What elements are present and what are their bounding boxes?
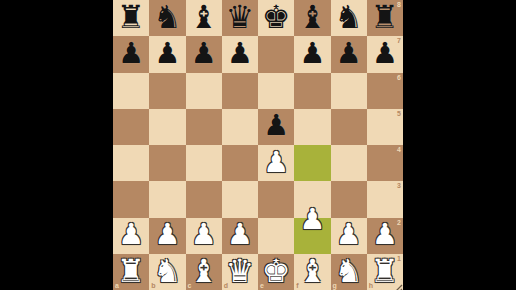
square-f6[interactable] <box>294 73 330 109</box>
square-f5[interactable] <box>294 109 330 145</box>
square-a7[interactable]: ♟ <box>113 36 149 72</box>
white-pawn[interactable]: ♟ <box>263 148 289 177</box>
square-g8[interactable]: ♞ <box>331 0 367 36</box>
square-h3[interactable]: 3 <box>367 181 403 217</box>
black-rook[interactable]: ♜ <box>371 1 400 33</box>
square-d7[interactable]: ♟ <box>222 36 258 72</box>
square-g4[interactable] <box>331 145 367 181</box>
square-g1[interactable]: ♞g <box>331 254 367 290</box>
square-a1[interactable]: ♜a <box>113 254 149 290</box>
square-b1[interactable]: ♞b <box>149 254 185 290</box>
square-h8[interactable]: ♜8 <box>367 0 403 36</box>
black-pawn[interactable]: ♟ <box>336 39 362 68</box>
square-d3[interactable] <box>222 181 258 217</box>
square-b8[interactable]: ♞ <box>149 0 185 36</box>
black-bishop[interactable]: ♝ <box>298 1 327 33</box>
square-c2[interactable]: ♟ <box>186 218 222 254</box>
black-queen[interactable]: ♛ <box>226 1 255 33</box>
white-king[interactable]: ♚ <box>262 255 291 287</box>
black-pawn[interactable]: ♟ <box>263 111 289 140</box>
black-rook[interactable]: ♜ <box>117 1 146 33</box>
board-resize-handle-icon[interactable] <box>392 279 403 290</box>
square-g7[interactable]: ♟ <box>331 36 367 72</box>
square-h2[interactable]: ♟2 <box>367 218 403 254</box>
square-f1[interactable]: ♝f <box>294 254 330 290</box>
square-d8[interactable]: ♛ <box>222 0 258 36</box>
square-a4[interactable] <box>113 145 149 181</box>
white-pawn[interactable]: ♟ <box>372 220 398 249</box>
white-pawn[interactable]: ♟ <box>227 220 253 249</box>
black-pawn[interactable]: ♟ <box>118 39 144 68</box>
white-knight[interactable]: ♞ <box>334 255 363 287</box>
square-e1[interactable]: ♚e <box>258 254 294 290</box>
rank-coordinate-3: 3 <box>397 182 401 189</box>
square-d1[interactable]: ♛d <box>222 254 258 290</box>
white-pawn[interactable]: ♟ <box>336 220 362 249</box>
square-a5[interactable] <box>113 109 149 145</box>
black-pawn[interactable]: ♟ <box>372 39 398 68</box>
moving-piece-container: ♟ <box>294 202 330 238</box>
video-frame-background: ♜♞♝♛♚♝♞♜8♟♟♟♟♟♟♟76♟5♟43♟♟♟♟♟♟2♜a♞b♝c♛d♚e… <box>0 0 516 290</box>
rank-coordinate-6: 6 <box>397 74 401 81</box>
square-c3[interactable] <box>186 181 222 217</box>
square-g5[interactable] <box>331 109 367 145</box>
black-pawn[interactable]: ♟ <box>299 39 325 68</box>
square-c6[interactable] <box>186 73 222 109</box>
square-d6[interactable] <box>222 73 258 109</box>
square-h5[interactable]: 5 <box>367 109 403 145</box>
white-knight[interactable]: ♞ <box>153 255 182 287</box>
black-knight[interactable]: ♞ <box>334 1 363 33</box>
square-c5[interactable] <box>186 109 222 145</box>
square-b2[interactable]: ♟ <box>149 218 185 254</box>
square-e2[interactable] <box>258 218 294 254</box>
rank-coordinate-5: 5 <box>397 110 401 117</box>
white-rook[interactable]: ♜ <box>117 255 146 287</box>
square-a8[interactable]: ♜ <box>113 0 149 36</box>
white-bishop[interactable]: ♝ <box>189 255 218 287</box>
white-queen[interactable]: ♛ <box>226 255 255 287</box>
square-g2[interactable]: ♟ <box>331 218 367 254</box>
square-c8[interactable]: ♝ <box>186 0 222 36</box>
white-pawn[interactable]: ♟ <box>191 220 217 249</box>
white-pawn[interactable]: ♟ <box>118 220 144 249</box>
square-e8[interactable]: ♚ <box>258 0 294 36</box>
chess-board: ♜♞♝♛♚♝♞♜8♟♟♟♟♟♟♟76♟5♟43♟♟♟♟♟♟2♜a♞b♝c♛d♚e… <box>113 0 403 290</box>
rank-coordinate-4: 4 <box>397 146 401 153</box>
square-b3[interactable] <box>149 181 185 217</box>
square-c7[interactable]: ♟ <box>186 36 222 72</box>
square-c4[interactable] <box>186 145 222 181</box>
white-pawn-moving[interactable]: ♟ <box>299 205 325 234</box>
black-bishop[interactable]: ♝ <box>189 1 218 33</box>
square-a2[interactable]: ♟ <box>113 218 149 254</box>
square-h7[interactable]: ♟7 <box>367 36 403 72</box>
white-pawn[interactable]: ♟ <box>154 220 180 249</box>
square-a3[interactable] <box>113 181 149 217</box>
black-knight[interactable]: ♞ <box>153 1 182 33</box>
square-d4[interactable] <box>222 145 258 181</box>
square-h4[interactable]: 4 <box>367 145 403 181</box>
square-h6[interactable]: 6 <box>367 73 403 109</box>
square-c1[interactable]: ♝c <box>186 254 222 290</box>
square-e4[interactable]: ♟ <box>258 145 294 181</box>
square-a6[interactable] <box>113 73 149 109</box>
black-king[interactable]: ♚ <box>262 1 291 33</box>
square-g3[interactable] <box>331 181 367 217</box>
square-f4[interactable] <box>294 145 330 181</box>
square-e3[interactable] <box>258 181 294 217</box>
square-g6[interactable] <box>331 73 367 109</box>
square-b6[interactable] <box>149 73 185 109</box>
black-pawn[interactable]: ♟ <box>191 39 217 68</box>
square-d2[interactable]: ♟ <box>222 218 258 254</box>
square-e6[interactable] <box>258 73 294 109</box>
square-f7[interactable]: ♟ <box>294 36 330 72</box>
square-e5[interactable]: ♟ <box>258 109 294 145</box>
square-b7[interactable]: ♟ <box>149 36 185 72</box>
square-d5[interactable] <box>222 109 258 145</box>
white-bishop[interactable]: ♝ <box>298 255 327 287</box>
black-pawn[interactable]: ♟ <box>154 39 180 68</box>
black-pawn[interactable]: ♟ <box>227 39 253 68</box>
square-f8[interactable]: ♝ <box>294 0 330 36</box>
square-e7[interactable] <box>258 36 294 72</box>
square-b4[interactable] <box>149 145 185 181</box>
square-b5[interactable] <box>149 109 185 145</box>
